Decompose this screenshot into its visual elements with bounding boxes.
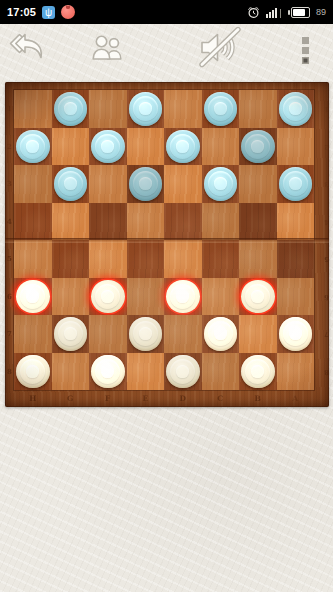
rank-label-4: 4 xyxy=(5,203,14,241)
square-r1c6[interactable] xyxy=(202,90,240,128)
piece-white[interactable] xyxy=(204,317,238,351)
square-r1c5[interactable] xyxy=(164,90,202,128)
square-r8c6[interactable] xyxy=(202,353,240,391)
piece-blue[interactable] xyxy=(166,130,200,164)
file-label-A: A xyxy=(277,390,315,407)
overflow-menu-icon[interactable] xyxy=(302,37,309,67)
file-label-E: E xyxy=(164,82,202,90)
square-r7c4[interactable] xyxy=(127,315,165,353)
square-r3c3[interactable] xyxy=(89,165,127,203)
status-time: 17:05 xyxy=(7,6,36,18)
square-r4c3[interactable] xyxy=(89,203,127,241)
square-r5c3[interactable] xyxy=(89,240,127,278)
square-r2c6[interactable] xyxy=(202,128,240,166)
piece-blue[interactable] xyxy=(204,92,238,126)
piece-white[interactable] xyxy=(166,355,200,389)
square-r1c3[interactable] xyxy=(89,90,127,128)
square-r7c3[interactable] xyxy=(89,315,127,353)
square-r2c7[interactable] xyxy=(239,128,277,166)
square-r4c8[interactable] xyxy=(277,203,315,241)
piece-blue[interactable] xyxy=(279,92,313,126)
square-r6c3[interactable] xyxy=(89,278,127,316)
square-r8c8[interactable] xyxy=(277,353,315,391)
piece-blue[interactable] xyxy=(204,167,238,201)
square-r2c2[interactable] xyxy=(52,128,90,166)
file-labels-bottom: HGFEDCBA xyxy=(14,390,314,407)
square-r3c4[interactable] xyxy=(127,165,165,203)
piece-white-highlighted[interactable] xyxy=(16,280,50,314)
square-r5c7[interactable] xyxy=(239,240,277,278)
piece-blue[interactable] xyxy=(16,130,50,164)
piece-white-highlighted[interactable] xyxy=(91,280,125,314)
piece-white[interactable] xyxy=(279,317,313,351)
rank-label-6: 6 xyxy=(5,278,14,316)
square-r4c4[interactable] xyxy=(127,203,165,241)
square-r3c6[interactable] xyxy=(202,165,240,203)
square-r7c2[interactable] xyxy=(52,315,90,353)
file-label-C: C xyxy=(89,82,127,90)
square-r3c2[interactable] xyxy=(52,165,90,203)
piece-white[interactable] xyxy=(241,355,275,389)
square-r8c2[interactable] xyxy=(52,353,90,391)
rank-label-8: 8 xyxy=(319,353,333,391)
square-r4c2[interactable] xyxy=(52,203,90,241)
square-r4c7[interactable] xyxy=(239,203,277,241)
rank-label-1: 1 xyxy=(319,90,333,128)
square-r6c2[interactable] xyxy=(52,278,90,316)
file-label-D: D xyxy=(164,390,202,407)
toolbar xyxy=(0,24,333,82)
checkers-board: 12345678 12345678 HGFEDCBA ABCDEFGH xyxy=(5,82,329,407)
piece-blue[interactable] xyxy=(129,167,163,201)
square-r6c8[interactable] xyxy=(277,278,315,316)
piece-white[interactable] xyxy=(54,317,88,351)
piece-white-highlighted[interactable] xyxy=(241,280,275,314)
battery-percent: 89 xyxy=(316,7,326,17)
square-r8c4[interactable] xyxy=(127,353,165,391)
file-label-F: F xyxy=(89,390,127,407)
board-fold-seam xyxy=(5,238,329,243)
file-labels-top: ABCDEFGH xyxy=(14,82,314,90)
square-r1c2[interactable] xyxy=(52,90,90,128)
rank-label-7: 7 xyxy=(5,315,14,353)
square-r3c8[interactable] xyxy=(277,165,315,203)
back-icon[interactable] xyxy=(9,31,49,63)
square-r2c8[interactable] xyxy=(277,128,315,166)
square-r2c3[interactable] xyxy=(89,128,127,166)
square-r7c6[interactable] xyxy=(202,315,240,353)
square-r6c5[interactable] xyxy=(164,278,202,316)
file-label-A: A xyxy=(14,82,52,90)
red-app-notification-icon xyxy=(61,5,75,19)
rank-label-3: 3 xyxy=(319,165,333,203)
rank-label-6: 6 xyxy=(319,278,333,316)
file-label-F: F xyxy=(202,82,240,90)
square-r4c5[interactable] xyxy=(164,203,202,241)
rank-label-5: 5 xyxy=(319,240,333,278)
rank-label-7: 7 xyxy=(319,315,333,353)
square-r3c1[interactable] xyxy=(14,165,52,203)
file-label-H: H xyxy=(277,82,315,90)
square-r7c7[interactable] xyxy=(239,315,277,353)
square-r2c4[interactable] xyxy=(127,128,165,166)
piece-blue[interactable] xyxy=(54,92,88,126)
square-r6c4[interactable] xyxy=(127,278,165,316)
players-icon[interactable] xyxy=(90,33,124,63)
piece-blue[interactable] xyxy=(54,167,88,201)
rank-label-4: 4 xyxy=(319,203,333,241)
sound-muted-icon[interactable] xyxy=(197,26,243,68)
signal-strength-icon xyxy=(266,7,281,18)
square-r5c5[interactable] xyxy=(164,240,202,278)
square-r3c7[interactable] xyxy=(239,165,277,203)
square-r7c5[interactable] xyxy=(164,315,202,353)
square-r2c1[interactable] xyxy=(14,128,52,166)
square-r5c1[interactable] xyxy=(14,240,52,278)
square-r4c6[interactable] xyxy=(202,203,240,241)
rank-label-1: 1 xyxy=(5,90,14,128)
rank-label-2: 2 xyxy=(5,128,14,166)
square-r8c3[interactable] xyxy=(89,353,127,391)
square-r5c8[interactable] xyxy=(277,240,315,278)
square-r5c2[interactable] xyxy=(52,240,90,278)
square-r8c5[interactable] xyxy=(164,353,202,391)
square-r7c8[interactable] xyxy=(277,315,315,353)
square-r3c5[interactable] xyxy=(164,165,202,203)
piece-blue[interactable] xyxy=(279,167,313,201)
square-r6c6[interactable] xyxy=(202,278,240,316)
piece-blue[interactable] xyxy=(241,130,275,164)
square-r5c6[interactable] xyxy=(202,240,240,278)
battery-icon xyxy=(291,7,310,18)
file-label-B: B xyxy=(52,82,90,90)
square-r2c5[interactable] xyxy=(164,128,202,166)
file-label-G: G xyxy=(52,390,90,407)
square-r5c4[interactable] xyxy=(127,240,165,278)
square-r1c7[interactable] xyxy=(239,90,277,128)
piece-white[interactable] xyxy=(16,355,50,389)
file-label-G: G xyxy=(239,82,277,90)
status-bar: 17:05 ψ 89 xyxy=(0,0,333,24)
square-r1c1[interactable] xyxy=(14,90,52,128)
file-label-H: H xyxy=(14,390,52,407)
app-screen: 17:05 ψ 89 xyxy=(0,0,333,592)
square-r8c1[interactable] xyxy=(14,353,52,391)
piece-white-highlighted[interactable] xyxy=(166,280,200,314)
square-r4c1[interactable] xyxy=(14,203,52,241)
usb-icon: ψ xyxy=(42,6,55,19)
square-r6c1[interactable] xyxy=(14,278,52,316)
file-label-E: E xyxy=(127,390,165,407)
alarm-clock-icon xyxy=(247,6,260,19)
square-r8c7[interactable] xyxy=(239,353,277,391)
piece-blue[interactable] xyxy=(129,92,163,126)
square-r7c1[interactable] xyxy=(14,315,52,353)
file-label-B: B xyxy=(239,390,277,407)
file-label-C: C xyxy=(202,390,240,407)
rank-label-3: 3 xyxy=(5,165,14,203)
file-label-D: D xyxy=(127,82,165,90)
rank-label-8: 8 xyxy=(5,353,14,391)
piece-white[interactable] xyxy=(129,317,163,351)
square-r1c8[interactable] xyxy=(277,90,315,128)
rank-label-5: 5 xyxy=(5,240,14,278)
piece-white[interactable] xyxy=(91,355,125,389)
square-r6c7[interactable] xyxy=(239,278,277,316)
rank-label-2: 2 xyxy=(319,128,333,166)
piece-blue[interactable] xyxy=(91,130,125,164)
square-r1c4[interactable] xyxy=(127,90,165,128)
